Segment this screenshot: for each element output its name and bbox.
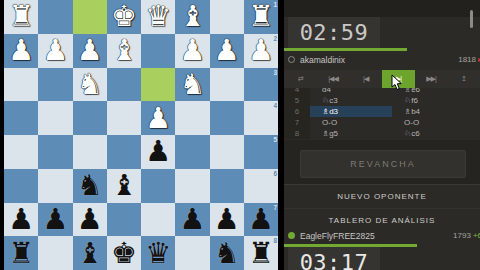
square-h8[interactable]: ♜ — [4, 236, 38, 270]
black-pawn[interactable]: ♟ — [214, 203, 240, 236]
square-e2[interactable]: ♝ — [107, 34, 141, 68]
square-b1[interactable] — [210, 0, 244, 34]
black-knight[interactable]: ♞ — [214, 237, 240, 270]
online-status-icon — [288, 232, 295, 239]
white-pawn[interactable]: ♟ — [179, 34, 205, 67]
square-d7[interactable] — [141, 203, 175, 237]
square-b8[interactable]: ♞ — [210, 236, 244, 270]
white-knight[interactable]: ♞ — [179, 68, 205, 101]
square-f1[interactable] — [73, 0, 107, 34]
top-clock-time: 02:59 — [300, 20, 369, 45]
black-move[interactable]: ♘c6 — [392, 128, 474, 139]
black-move[interactable]: ♘f6 — [392, 95, 474, 106]
square-c5[interactable] — [175, 135, 209, 169]
square-h3[interactable] — [4, 68, 38, 102]
white-pawn[interactable]: ♟ — [145, 102, 171, 135]
move-number: 6 — [284, 106, 310, 117]
square-c3[interactable]: ♞ — [175, 68, 209, 102]
square-e4[interactable] — [107, 101, 141, 135]
rank-label-1: 1 — [269, 1, 277, 8]
square-g6[interactable] — [38, 169, 72, 203]
top-player-clock: 02:59 — [288, 17, 380, 48]
square-f2[interactable]: ♟ — [73, 34, 107, 68]
white-pawn[interactable]: ♟ — [42, 34, 68, 67]
square-c6[interactable] — [175, 169, 209, 203]
square-e7[interactable] — [107, 203, 141, 237]
white-move[interactable]: O-O — [310, 117, 392, 128]
square-e5[interactable] — [107, 135, 141, 169]
black-pawn[interactable]: ♟ — [179, 203, 205, 236]
black-move[interactable]: ♗b4 — [392, 106, 474, 117]
square-g8[interactable] — [38, 236, 72, 270]
prev-move-button[interactable]: |◀ — [349, 70, 382, 88]
replay-controls: ⇄|◀◀|◀▶|▶▶|↥ — [284, 70, 480, 88]
rank-label-7: 7 — [269, 204, 277, 211]
square-d8[interactable]: ♛ — [141, 236, 175, 270]
square-g3[interactable] — [38, 68, 72, 102]
rank-label-5: 5 — [269, 136, 277, 143]
square-b3[interactable] — [210, 68, 244, 102]
square-c8[interactable] — [175, 236, 209, 270]
black-pawn[interactable]: ♟ — [42, 203, 68, 236]
black-pawn[interactable]: ♟ — [77, 203, 103, 236]
move-number: 8 — [284, 128, 310, 139]
move-list: 4d4♗e65♘c3♘f66♗d3♗b47O-OO-O8♗g5♘c6 — [284, 84, 480, 140]
bottom-player-name: EagleFlyFREE2825 — [300, 231, 375, 241]
rematch-button[interactable]: REVANCHA — [300, 150, 466, 178]
new-opponent-button[interactable]: NUEVO OPONENTE — [284, 184, 480, 209]
square-b2[interactable]: ♟ — [210, 34, 244, 68]
square-h6[interactable] — [4, 169, 38, 203]
square-b6[interactable] — [210, 169, 244, 203]
square-e3[interactable] — [107, 68, 141, 102]
square-d2[interactable] — [141, 34, 175, 68]
square-b5[interactable] — [210, 135, 244, 169]
square-d6[interactable] — [141, 169, 175, 203]
move-row-5: 5♘c3♘f6 — [284, 95, 480, 106]
square-b7[interactable]: ♟ — [210, 203, 244, 237]
square-f7[interactable]: ♟ — [73, 203, 107, 237]
black-knight[interactable]: ♞ — [77, 169, 103, 202]
rating-up-icon: +6 — [473, 231, 480, 240]
square-e1[interactable]: ♚ — [107, 0, 141, 34]
rank-label-8: 8 — [269, 237, 277, 244]
move-row-7: 7O-OO-O — [284, 117, 480, 128]
app-window: ♜♚♛♝♜♟♟♟♝♟♟♟♞♞♟♟♞♝♟♟♟♟♟♟♜♝♚♛♞♜12345678 0… — [0, 0, 480, 270]
panel-header-spacer — [284, 0, 480, 17]
white-move[interactable]: ♗d3 — [310, 106, 392, 117]
square-f5[interactable] — [73, 135, 107, 169]
rematch-section: REVANCHA — [284, 140, 480, 185]
black-bishop[interactable]: ♝ — [111, 169, 137, 202]
bottom-clock-time: 03:17 — [300, 250, 369, 270]
square-c4[interactable] — [175, 101, 209, 135]
next-move-button[interactable]: ▶| — [382, 70, 415, 88]
square-g7[interactable]: ♟ — [38, 203, 72, 237]
chess-board[interactable]: ♜♚♛♝♜♟♟♟♝♟♟♟♞♞♟♟♞♝♟♟♟♟♟♟♜♝♚♛♞♜12345678 — [4, 0, 278, 270]
black-king[interactable]: ♚ — [111, 237, 137, 270]
first-move-button[interactable]: |◀◀ — [317, 70, 350, 88]
black-queen[interactable]: ♛ — [145, 237, 171, 270]
square-e8[interactable]: ♚ — [107, 236, 141, 270]
top-player-name: akamaldinix — [300, 55, 345, 65]
square-h2[interactable]: ♟ — [4, 34, 38, 68]
black-pawn[interactable]: ♟ — [8, 203, 34, 236]
offline-status-icon — [288, 56, 295, 63]
square-c1[interactable]: ♝ — [175, 0, 209, 34]
move-number: 7 — [284, 117, 310, 128]
rank-label-6: 6 — [269, 170, 277, 177]
white-move[interactable]: ♗g5 — [310, 128, 392, 139]
move-number: 5 — [284, 95, 310, 106]
last-move-button[interactable]: ▶▶| — [415, 70, 448, 88]
square-d4[interactable]: ♟ — [141, 101, 175, 135]
white-bishop[interactable]: ♝ — [111, 34, 137, 67]
move-list-scrollbar[interactable] — [470, 10, 473, 28]
white-pawn[interactable]: ♟ — [214, 34, 240, 67]
game-side-panel: 02:59 akamaldinix 1818 ▸ ⇄|◀◀|◀▶|▶▶|↥ 4d… — [284, 0, 480, 270]
move-row-8: 8♗g5♘c6 — [284, 128, 480, 139]
rank-label-2: 2 — [269, 35, 277, 42]
bottom-player-clock: 03:17 — [288, 247, 380, 270]
square-f3[interactable]: ♞ — [73, 68, 107, 102]
square-h1[interactable]: ♜ — [4, 0, 38, 34]
move-row-6: 6♗d3♗b4 — [284, 106, 480, 117]
black-pawn[interactable]: ♟ — [145, 135, 171, 168]
top-player-rating: 1818 — [458, 55, 476, 64]
square-f8[interactable]: ♝ — [73, 236, 107, 270]
bottom-player-rating: 1793 — [453, 231, 471, 240]
square-d5[interactable]: ♟ — [141, 135, 175, 169]
square-e6[interactable]: ♝ — [107, 169, 141, 203]
white-pawn[interactable]: ♟ — [77, 34, 103, 67]
rank-label-4: 4 — [269, 102, 277, 109]
square-f4[interactable] — [73, 101, 107, 135]
square-d3[interactable] — [141, 68, 175, 102]
square-d1[interactable]: ♛ — [141, 0, 175, 34]
square-c2[interactable]: ♟ — [175, 34, 209, 68]
white-rook[interactable]: ♜ — [8, 0, 34, 33]
square-h5[interactable] — [4, 135, 38, 169]
square-g4[interactable] — [38, 101, 72, 135]
white-pawn[interactable]: ♟ — [8, 34, 34, 67]
black-bishop[interactable]: ♝ — [77, 237, 103, 270]
bottom-player-row[interactable]: EagleFlyFREE2825 1793 +6 — [284, 227, 480, 244]
analysis-share-button[interactable]: ↥ — [447, 70, 480, 88]
square-g1[interactable] — [38, 0, 72, 34]
square-h4[interactable] — [4, 101, 38, 135]
white-queen[interactable]: ♛ — [145, 0, 171, 33]
square-c7[interactable]: ♟ — [175, 203, 209, 237]
black-move[interactable]: O-O — [392, 117, 474, 128]
top-player-row[interactable]: akamaldinix 1818 ▸ — [284, 51, 480, 68]
square-g5[interactable] — [38, 135, 72, 169]
white-knight[interactable]: ♞ — [77, 68, 103, 101]
rank-label-3: 3 — [269, 69, 277, 76]
square-f6[interactable]: ♞ — [73, 169, 107, 203]
white-bishop[interactable]: ♝ — [179, 0, 205, 33]
flip-board-button[interactable]: ⇄ — [284, 70, 317, 88]
square-b4[interactable] — [210, 101, 244, 135]
square-h7[interactable]: ♟ — [4, 203, 38, 237]
white-move[interactable]: ♘c3 — [310, 95, 392, 106]
white-king[interactable]: ♚ — [111, 0, 137, 33]
black-rook[interactable]: ♜ — [8, 237, 34, 270]
square-g2[interactable]: ♟ — [38, 34, 72, 68]
